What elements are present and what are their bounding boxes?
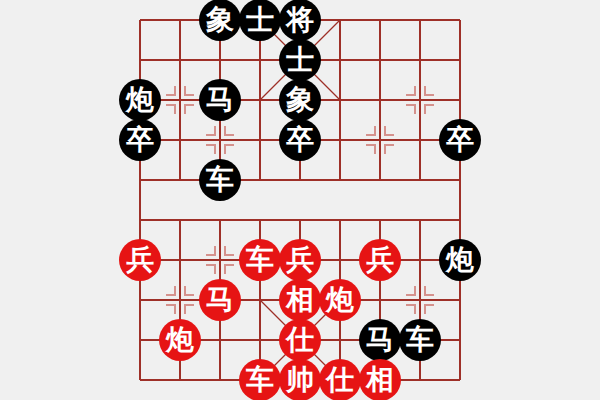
board-point-5-7[interactable]: 炮	[320, 280, 360, 320]
board-point-0-3[interactable]: 卒	[120, 120, 160, 160]
board-point-2-7[interactable]: 马	[200, 280, 240, 320]
board-point-4-7[interactable]: 相	[280, 280, 320, 320]
piece-red-elephant[interactable]: 相	[359, 359, 401, 400]
board-point-2-0[interactable]: 象	[200, 0, 240, 40]
board-point-8-4[interactable]	[440, 160, 480, 200]
board-point-3-5[interactable]	[240, 200, 280, 240]
board-point-6-5[interactable]	[360, 200, 400, 240]
board-point-5-5[interactable]	[320, 200, 360, 240]
board-point-3-7[interactable]	[240, 280, 280, 320]
board-point-5-6[interactable]	[320, 240, 360, 280]
piece-black-soldier[interactable]: 卒	[279, 119, 321, 161]
board-point-0-4[interactable]	[120, 160, 160, 200]
board-point-8-2[interactable]	[440, 80, 480, 120]
board-point-2-3[interactable]	[200, 120, 240, 160]
piece-red-soldier[interactable]: 兵	[279, 239, 321, 281]
piece-black-soldier[interactable]: 卒	[439, 119, 481, 161]
board-point-6-7[interactable]	[360, 280, 400, 320]
board-point-8-3[interactable]: 卒	[440, 120, 480, 160]
board-point-3-2[interactable]	[240, 80, 280, 120]
board-point-4-0[interactable]: 将	[280, 0, 320, 40]
board-point-8-9[interactable]	[440, 360, 480, 400]
board-point-6-6[interactable]: 兵	[360, 240, 400, 280]
piece-red-advisor[interactable]: 仕	[319, 359, 361, 400]
board-point-1-6[interactable]	[160, 240, 200, 280]
board-point-1-5[interactable]	[160, 200, 200, 240]
board-point-3-4[interactable]	[240, 160, 280, 200]
piece-red-chariot[interactable]: 车	[239, 239, 281, 281]
board-point-6-9[interactable]: 相	[360, 360, 400, 400]
board-point-7-7[interactable]	[400, 280, 440, 320]
board-point-2-4[interactable]: 车	[200, 160, 240, 200]
board-point-7-8[interactable]: 车	[400, 320, 440, 360]
xiangqi-board: 象士将士炮马象卒卒卒车兵车兵兵炮马相炮炮仕马车车帅仕相	[0, 0, 600, 400]
piece-red-cannon[interactable]: 炮	[319, 279, 361, 321]
board-point-2-6[interactable]	[200, 240, 240, 280]
board-point-3-1[interactable]	[240, 40, 280, 80]
board-point-0-5[interactable]	[120, 200, 160, 240]
board-point-2-2[interactable]: 马	[200, 80, 240, 120]
board-point-0-2[interactable]: 炮	[120, 80, 160, 120]
piece-red-chariot[interactable]: 车	[239, 359, 281, 400]
piece-black-horse[interactable]: 马	[359, 319, 401, 361]
board-point-4-6[interactable]: 兵	[280, 240, 320, 280]
board-point-4-9[interactable]: 帅	[280, 360, 320, 400]
screenshot-root: 象士将士炮马象卒卒卒车兵车兵兵炮马相炮炮仕马车车帅仕相	[0, 0, 600, 400]
board-point-8-7[interactable]	[440, 280, 480, 320]
board-point-7-4[interactable]	[400, 160, 440, 200]
board-point-8-0[interactable]	[440, 0, 480, 40]
board-point-6-4[interactable]	[360, 160, 400, 200]
piece-red-soldier[interactable]: 兵	[119, 239, 161, 281]
board-point-4-2[interactable]: 象	[280, 80, 320, 120]
board-point-0-9[interactable]	[120, 360, 160, 400]
board-point-5-1[interactable]	[320, 40, 360, 80]
board-point-0-6[interactable]: 兵	[120, 240, 160, 280]
board-point-1-8[interactable]: 炮	[160, 320, 200, 360]
board-point-5-8[interactable]	[320, 320, 360, 360]
piece-red-general[interactable]: 帅	[279, 359, 321, 400]
piece-black-soldier[interactable]: 卒	[119, 119, 161, 161]
piece-black-elephant[interactable]: 象	[279, 79, 321, 121]
board-point-2-1[interactable]	[200, 40, 240, 80]
board-point-5-3[interactable]	[320, 120, 360, 160]
board-point-6-1[interactable]	[360, 40, 400, 80]
board-point-7-2[interactable]	[400, 80, 440, 120]
board-point-5-0[interactable]	[320, 0, 360, 40]
board-point-7-0[interactable]	[400, 0, 440, 40]
board-point-0-8[interactable]	[120, 320, 160, 360]
board-point-6-3[interactable]	[360, 120, 400, 160]
board-point-1-0[interactable]	[160, 0, 200, 40]
board-point-0-0[interactable]	[120, 0, 160, 40]
piece-black-advisor[interactable]: 士	[239, 0, 281, 41]
piece-black-general[interactable]: 将	[279, 0, 321, 41]
piece-red-advisor[interactable]: 仕	[279, 319, 321, 361]
board-point-6-2[interactable]	[360, 80, 400, 120]
piece-red-elephant[interactable]: 相	[279, 279, 321, 321]
board-point-6-0[interactable]	[360, 0, 400, 40]
piece-black-cannon[interactable]: 炮	[439, 239, 481, 281]
board-point-2-5[interactable]	[200, 200, 240, 240]
board-point-3-0[interactable]: 士	[240, 0, 280, 40]
board-point-8-8[interactable]	[440, 320, 480, 360]
board-point-4-4[interactable]	[280, 160, 320, 200]
board-point-5-4[interactable]	[320, 160, 360, 200]
board-point-7-6[interactable]	[400, 240, 440, 280]
board-point-1-3[interactable]	[160, 120, 200, 160]
board-point-3-9[interactable]: 车	[240, 360, 280, 400]
board-grid: 象士将士炮马象卒卒卒车兵车兵兵炮马相炮炮仕马车车帅仕相	[120, 0, 480, 400]
board-point-7-3[interactable]	[400, 120, 440, 160]
board-point-6-8[interactable]: 马	[360, 320, 400, 360]
piece-red-horse[interactable]: 马	[199, 279, 241, 321]
board-point-1-9[interactable]	[160, 360, 200, 400]
piece-red-cannon[interactable]: 炮	[159, 319, 201, 361]
board-point-4-1[interactable]: 士	[280, 40, 320, 80]
board-point-7-1[interactable]	[400, 40, 440, 80]
board-point-1-4[interactable]	[160, 160, 200, 200]
board-point-4-3[interactable]: 卒	[280, 120, 320, 160]
board-point-4-5[interactable]	[280, 200, 320, 240]
board-point-2-8[interactable]	[200, 320, 240, 360]
board-point-4-8[interactable]: 仕	[280, 320, 320, 360]
board-point-7-9[interactable]	[400, 360, 440, 400]
board-point-1-1[interactable]	[160, 40, 200, 80]
board-point-8-1[interactable]	[440, 40, 480, 80]
board-point-1-2[interactable]	[160, 80, 200, 120]
piece-black-chariot[interactable]: 车	[199, 159, 241, 201]
piece-black-cannon[interactable]: 炮	[119, 79, 161, 121]
board-point-0-7[interactable]	[120, 280, 160, 320]
piece-black-horse[interactable]: 马	[199, 79, 241, 121]
piece-red-soldier[interactable]: 兵	[359, 239, 401, 281]
board-point-5-2[interactable]	[320, 80, 360, 120]
piece-black-advisor[interactable]: 士	[279, 39, 321, 81]
board-point-3-6[interactable]: 车	[240, 240, 280, 280]
board-point-5-9[interactable]: 仕	[320, 360, 360, 400]
piece-black-elephant[interactable]: 象	[199, 0, 241, 41]
board-point-0-1[interactable]	[120, 40, 160, 80]
board-point-3-8[interactable]	[240, 320, 280, 360]
piece-black-chariot[interactable]: 车	[399, 319, 441, 361]
board-point-8-6[interactable]: 炮	[440, 240, 480, 280]
board-point-1-7[interactable]	[160, 280, 200, 320]
board-point-2-9[interactable]	[200, 360, 240, 400]
board-point-7-5[interactable]	[400, 200, 440, 240]
board-point-3-3[interactable]	[240, 120, 280, 160]
board-point-8-5[interactable]	[440, 200, 480, 240]
